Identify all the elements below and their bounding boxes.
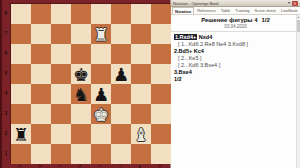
white-bishop[interactable]: ♝ — [131, 124, 151, 144]
square-a2[interactable]: ♜ — [11, 124, 31, 144]
file-label-c: c — [50, 163, 70, 168]
square-d3[interactable] — [71, 104, 91, 124]
variation-move[interactable]: [ 2...Ke5 ] — [178, 55, 202, 61]
square-d4[interactable]: ♞ — [71, 84, 91, 104]
notation-line-6[interactable]: 3.Bxe4 — [174, 69, 294, 76]
square-a6[interactable] — [11, 44, 31, 64]
notation-line-3[interactable]: 2.Bd5+ Kc4 — [174, 48, 294, 55]
white-rook[interactable]: ♜ — [91, 24, 111, 44]
square-a7[interactable] — [11, 24, 31, 44]
square-c7[interactable] — [51, 24, 71, 44]
square-g2[interactable]: ♝ — [131, 124, 151, 144]
mainline-move[interactable]: 2.Bd5+ Kc4 — [174, 48, 204, 54]
tab-notation[interactable]: Notation — [172, 7, 194, 15]
file-label-b: b — [30, 163, 50, 168]
moves-list[interactable]: 1.Rxd4+ Nxd4[ 1...Kd6 2.Re8 Ne4 3.Kxd8 ]… — [171, 32, 300, 83]
black-pawn[interactable]: ♟ — [111, 64, 131, 84]
square-b2[interactable] — [31, 124, 51, 144]
square-h4[interactable] — [151, 84, 171, 104]
tab-livebook[interactable]: LiveBook — [279, 7, 299, 14]
square-a4[interactable] — [11, 84, 31, 104]
tab-table[interactable]: Table — [219, 7, 233, 14]
notation-line-7[interactable]: 1/2 — [174, 76, 294, 83]
square-h8[interactable] — [151, 4, 171, 24]
file-labels: abcdefgh — [10, 163, 170, 168]
square-e4[interactable]: ♟ — [91, 84, 111, 104]
chessbase-window: 87654321 ♜♚♟♞♟♚♜♝ abcdefgh Notation - Op… — [0, 0, 300, 168]
square-g3[interactable] — [131, 104, 151, 124]
square-h5[interactable] — [151, 64, 171, 84]
square-d2[interactable] — [71, 124, 91, 144]
square-d1[interactable] — [71, 144, 91, 164]
file-label-e: e — [90, 163, 110, 168]
square-f1[interactable] — [111, 144, 131, 164]
notation-line-5[interactable]: [ 2...Kd6 3.Bxe4 ] — [174, 62, 294, 69]
mainline-move[interactable]: 1/2 — [174, 76, 182, 82]
tab-training[interactable]: Training — [233, 7, 251, 14]
black-pawn[interactable]: ♟ — [91, 84, 111, 104]
square-d7[interactable] — [71, 24, 91, 44]
file-label-f: f — [110, 163, 130, 168]
square-c4[interactable] — [51, 84, 71, 104]
square-c3[interactable] — [51, 104, 71, 124]
mainline-move[interactable]: 3.Bxe4 — [174, 69, 192, 75]
square-e7[interactable]: ♜ — [91, 24, 111, 44]
square-e1[interactable] — [91, 144, 111, 164]
game-header: Решение фигуры 41/2 03.04.2020 — [171, 15, 300, 32]
square-c5[interactable] — [51, 64, 71, 84]
square-h1[interactable] — [151, 144, 171, 164]
square-e3[interactable]: ♚ — [91, 104, 111, 124]
square-f7[interactable] — [111, 24, 131, 44]
square-h3[interactable] — [151, 104, 171, 124]
rank-label-3: 3 — [2, 103, 10, 123]
scrollbar-thumb[interactable] — [297, 20, 300, 32]
panel-title: Notation - Openings Book — [173, 1, 286, 6]
rank-label-8: 8 — [2, 3, 10, 23]
close-icon[interactable]: ✕ — [292, 1, 298, 6]
square-e5[interactable] — [91, 64, 111, 84]
square-b4[interactable] — [31, 84, 51, 104]
rank-label-5: 5 — [2, 63, 10, 83]
square-b6[interactable] — [31, 44, 51, 64]
square-c8[interactable] — [51, 4, 71, 24]
notation-content: Решение фигуры 41/2 03.04.2020 1.Rxd4+ N… — [171, 15, 300, 168]
notation-line-4[interactable]: [ 2...Ke5 ] — [174, 55, 294, 62]
chess-board-panel: 87654321 ♜♚♟♞♟♚♜♝ abcdefgh — [0, 0, 170, 168]
rank-label-7: 7 — [2, 23, 10, 43]
square-f4[interactable] — [111, 84, 131, 104]
square-f3[interactable] — [111, 104, 131, 124]
rank-label-1: 1 — [2, 143, 10, 163]
square-a8[interactable] — [11, 4, 31, 24]
scroll-up-icon[interactable]: ▲ — [297, 15, 300, 19]
square-a3[interactable] — [11, 104, 31, 124]
chess-board[interactable]: ♜♚♟♞♟♚♜♝ — [10, 3, 170, 163]
rank-labels: 87654321 — [2, 3, 10, 163]
square-f6[interactable] — [111, 44, 131, 64]
white-king[interactable]: ♚ — [91, 104, 111, 124]
black-king[interactable]: ♚ — [71, 64, 91, 84]
square-e2[interactable] — [91, 124, 111, 144]
square-f5[interactable]: ♟ — [111, 64, 131, 84]
players-text: Решение фигуры 4 — [201, 17, 257, 23]
file-label-g: g — [130, 163, 150, 168]
tab-reference[interactable]: Reference — [195, 7, 217, 14]
variation-move[interactable]: [ 2...Kd6 3.Bxe4 ] — [178, 62, 220, 68]
square-h7[interactable] — [151, 24, 171, 44]
square-g5[interactable] — [131, 64, 151, 84]
square-d8[interactable] — [71, 4, 91, 24]
notation-line-2[interactable]: [ 1...Kd6 2.Re8 Ne4 3.Kxd8 ] — [174, 41, 294, 48]
rank-label-2: 2 — [2, 123, 10, 143]
rank-label-4: 4 — [2, 83, 10, 103]
square-b5[interactable] — [31, 64, 51, 84]
panel-tabs: NotationReferenceTableTrainingScore shee… — [171, 7, 300, 15]
mainline-move[interactable]: Nxd4 — [197, 34, 212, 40]
square-b8[interactable] — [31, 4, 51, 24]
square-g8[interactable] — [131, 4, 151, 24]
square-d5[interactable]: ♚ — [71, 64, 91, 84]
square-c6[interactable] — [51, 44, 71, 64]
notation-panel: Notation - Openings Book ▾ ✕ NotationRef… — [170, 0, 300, 168]
square-g4[interactable] — [131, 84, 151, 104]
square-a5[interactable] — [11, 64, 31, 84]
square-h2[interactable] — [151, 124, 171, 144]
black-knight[interactable]: ♞ — [71, 84, 91, 104]
game-players: Решение фигуры 41/2 — [171, 17, 300, 23]
square-h6[interactable] — [151, 44, 171, 64]
square-c1[interactable] — [51, 144, 71, 164]
square-f8[interactable] — [111, 4, 131, 24]
game-date: 03.04.2020 — [171, 24, 300, 29]
square-b7[interactable] — [31, 24, 51, 44]
rank-label-6: 6 — [2, 43, 10, 63]
square-b1[interactable] — [31, 144, 51, 164]
black-rook[interactable]: ♜ — [11, 124, 31, 144]
square-a1[interactable] — [11, 144, 31, 164]
square-g7[interactable] — [131, 24, 151, 44]
square-g6[interactable] — [131, 44, 151, 64]
square-b3[interactable] — [31, 104, 51, 124]
square-g1[interactable] — [131, 144, 151, 164]
square-e8[interactable] — [91, 4, 111, 24]
file-label-h: h — [150, 163, 170, 168]
game-result: 1/2 — [262, 17, 270, 23]
file-label-d: d — [70, 163, 90, 168]
file-label-a: a — [10, 163, 30, 168]
scrollbar[interactable]: ▲ — [296, 15, 300, 168]
tab-score-sheet[interactable]: Score sheet — [253, 7, 278, 14]
variation-move[interactable]: [ 1...Kd6 2.Re8 Ne4 3.Kxd8 ] — [178, 41, 248, 47]
square-d6[interactable] — [71, 44, 91, 64]
square-e6[interactable] — [91, 44, 111, 64]
current-move[interactable]: 1.Rxd4+ — [174, 34, 197, 40]
notation-line-1[interactable]: 1.Rxd4+ Nxd4 — [174, 34, 294, 41]
square-c2[interactable] — [51, 124, 71, 144]
square-f2[interactable] — [111, 124, 131, 144]
panel-titlebar[interactable]: Notation - Openings Book ▾ ✕ — [171, 0, 300, 7]
